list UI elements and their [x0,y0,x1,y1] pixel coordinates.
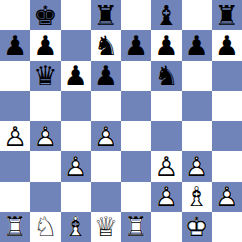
white-bishop-fill: ♝ [61,212,91,242]
square-b6[interactable]: ♛ [30,61,60,91]
white-pawn-fill: ♟ [212,182,242,212]
square-c8[interactable] [61,0,91,30]
square-h8[interactable]: ♜ [212,0,242,30]
square-e2[interactable] [121,182,151,212]
white-bishop: ♗ [61,212,91,242]
square-a8[interactable] [0,0,30,30]
white-rook: ♖ [121,212,151,242]
square-g1[interactable]: ♚♔ [182,212,212,242]
square-c7[interactable] [61,30,91,60]
black-pawn: ♟ [212,30,242,60]
square-d6[interactable]: ♟ [91,61,121,91]
square-d8[interactable]: ♜ [91,0,121,30]
square-h3[interactable] [212,151,242,181]
white-rook-fill: ♜ [121,212,151,242]
square-e4[interactable] [121,121,151,151]
square-f2[interactable]: ♟♙ [151,182,181,212]
white-bishop: ♗ [182,182,212,212]
square-f1[interactable] [151,212,181,242]
square-a2[interactable] [0,182,30,212]
square-f8[interactable]: ♝ [151,0,181,30]
square-d7[interactable]: ♞ [91,30,121,60]
black-pawn: ♟ [61,61,91,91]
square-d5[interactable] [91,91,121,121]
black-rook: ♜ [212,0,242,30]
white-pawn-fill: ♟ [151,182,181,212]
white-pawn-fill: ♟ [91,121,121,151]
black-pawn: ♟ [182,30,212,60]
square-f4[interactable] [151,121,181,151]
white-pawn: ♙ [151,182,181,212]
chess-board: ♚♜♝♜♟♟♞♟♟♟♟♛♟♟♞♟♙♟♙♟♙♟♙♟♙♟♙♟♙♝♗♟♙♜♖♞♘♝♗♛… [0,0,242,242]
square-e6[interactable] [121,61,151,91]
square-d1[interactable]: ♛♕ [91,212,121,242]
square-g3[interactable]: ♟♙ [182,151,212,181]
square-b7[interactable]: ♟ [30,30,60,60]
square-f5[interactable] [151,91,181,121]
white-pawn: ♙ [30,121,60,151]
white-pawn: ♙ [212,182,242,212]
white-pawn-fill: ♟ [30,121,60,151]
square-g4[interactable] [182,121,212,151]
black-pawn: ♟ [30,30,60,60]
square-f7[interactable]: ♟ [151,30,181,60]
square-b1[interactable]: ♞♘ [30,212,60,242]
square-e5[interactable] [121,91,151,121]
square-a4[interactable]: ♟♙ [0,121,30,151]
white-queen-fill: ♛ [91,212,121,242]
black-queen: ♛ [30,61,60,91]
white-pawn: ♙ [182,151,212,181]
white-rook-fill: ♜ [0,212,30,242]
white-king: ♔ [182,212,212,242]
white-king-fill: ♚ [182,212,212,242]
square-d2[interactable] [91,182,121,212]
white-pawn: ♙ [61,151,91,181]
black-pawn: ♟ [91,61,121,91]
black-king: ♚ [30,0,60,30]
white-pawn-fill: ♟ [61,151,91,181]
square-g5[interactable] [182,91,212,121]
square-c5[interactable] [61,91,91,121]
white-pawn: ♙ [151,151,181,181]
black-pawn: ♟ [0,30,30,60]
black-pawn: ♟ [121,30,151,60]
square-a3[interactable] [0,151,30,181]
square-b8[interactable]: ♚ [30,0,60,30]
white-pawn-fill: ♟ [182,151,212,181]
black-knight: ♞ [91,30,121,60]
square-g2[interactable]: ♝♗ [182,182,212,212]
square-a5[interactable] [0,91,30,121]
square-g8[interactable] [182,0,212,30]
black-rook: ♜ [91,0,121,30]
square-a7[interactable]: ♟ [0,30,30,60]
square-c2[interactable] [61,182,91,212]
square-d4[interactable]: ♟♙ [91,121,121,151]
square-c1[interactable]: ♝♗ [61,212,91,242]
black-knight: ♞ [151,61,181,91]
square-d3[interactable] [91,151,121,181]
black-bishop: ♝ [151,0,181,30]
square-c4[interactable] [61,121,91,151]
square-g6[interactable] [182,61,212,91]
square-h6[interactable] [212,61,242,91]
square-e1[interactable]: ♜♖ [121,212,151,242]
black-pawn: ♟ [151,30,181,60]
white-bishop-fill: ♝ [182,182,212,212]
square-e7[interactable]: ♟ [121,30,151,60]
white-queen: ♕ [91,212,121,242]
white-pawn: ♙ [0,121,30,151]
square-h2[interactable]: ♟♙ [212,182,242,212]
square-c3[interactable]: ♟♙ [61,151,91,181]
square-b5[interactable] [30,91,60,121]
square-a6[interactable] [0,61,30,91]
square-h5[interactable] [212,91,242,121]
white-knight: ♘ [30,212,60,242]
square-e8[interactable] [121,0,151,30]
white-pawn-fill: ♟ [151,151,181,181]
square-f6[interactable]: ♞ [151,61,181,91]
square-f3[interactable]: ♟♙ [151,151,181,181]
square-a1[interactable]: ♜♖ [0,212,30,242]
square-e3[interactable] [121,151,151,181]
square-b2[interactable] [30,182,60,212]
square-b4[interactable]: ♟♙ [30,121,60,151]
square-b3[interactable] [30,151,60,181]
square-h1[interactable] [212,212,242,242]
white-pawn: ♙ [91,121,121,151]
white-rook: ♖ [0,212,30,242]
square-h7[interactable]: ♟ [212,30,242,60]
square-h4[interactable] [212,121,242,151]
white-knight-fill: ♞ [30,212,60,242]
square-c6[interactable]: ♟ [61,61,91,91]
square-g7[interactable]: ♟ [182,30,212,60]
white-pawn-fill: ♟ [0,121,30,151]
